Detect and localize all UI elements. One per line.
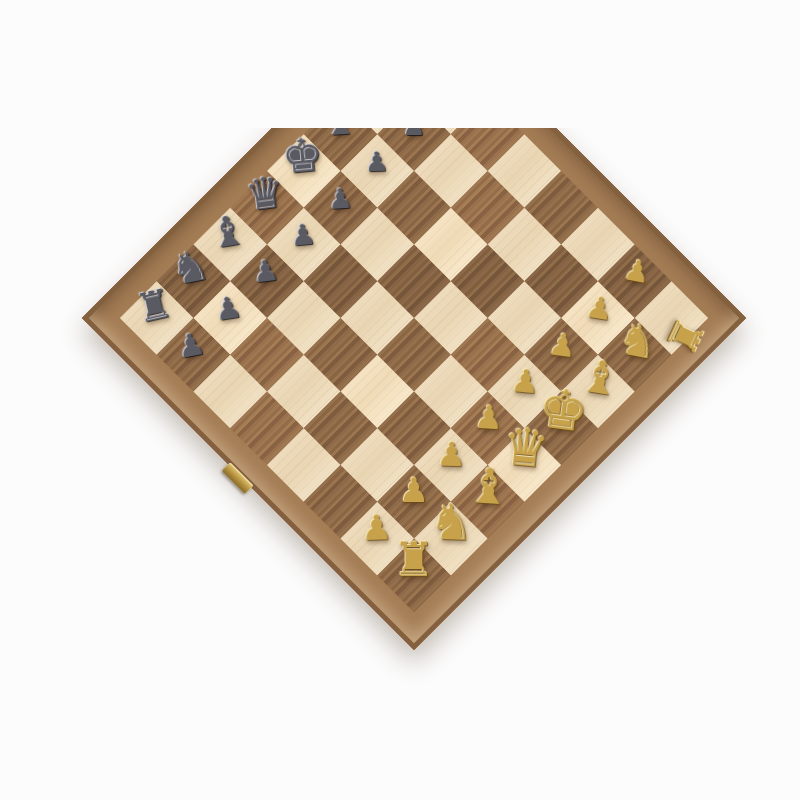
photo-crop-overlay (0, 0, 800, 128)
brass-clasp (222, 462, 254, 494)
photo-background: ♜♞♝♛♚♝♞♜♟♟♟♟♟♟♟♟♟♟♟♟♟♟♟♟♜♞♝♛♚♝♞♜ (0, 0, 800, 800)
